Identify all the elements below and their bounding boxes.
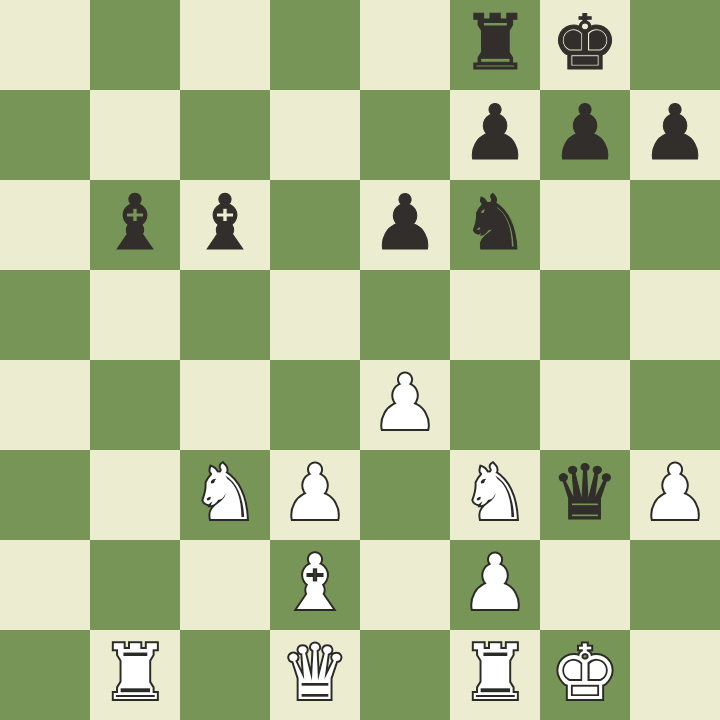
- white-king-piece-fill: ♚: [551, 628, 619, 718]
- square-c7[interactable]: [180, 90, 270, 180]
- white-pawn-piece-fill: ♟: [461, 538, 529, 628]
- chess-board: ♜♚♟♟♟♝♝♟♞♟♟♞♞♟♟♞♞♛♟♟♝♝♟♟♜♜♛♛♜♜♚♚: [0, 0, 720, 720]
- white-pawn-piece[interactable]: ♟♟: [281, 448, 349, 538]
- square-b6[interactable]: ♝: [90, 180, 180, 270]
- white-pawn-piece[interactable]: ♟♟: [371, 358, 439, 448]
- black-pawn-piece[interactable]: ♟: [641, 88, 709, 178]
- square-h5[interactable]: [630, 270, 720, 360]
- white-pawn-piece[interactable]: ♟♟: [641, 448, 709, 538]
- square-e4[interactable]: ♟♟: [360, 360, 450, 450]
- square-a7[interactable]: [0, 90, 90, 180]
- square-g5[interactable]: [540, 270, 630, 360]
- square-h3[interactable]: ♟♟: [630, 450, 720, 540]
- square-g2[interactable]: [540, 540, 630, 630]
- square-g6[interactable]: [540, 180, 630, 270]
- square-g3[interactable]: ♛: [540, 450, 630, 540]
- white-pawn-piece[interactable]: ♟♟: [461, 538, 529, 628]
- black-bishop-piece[interactable]: ♝: [101, 178, 169, 268]
- square-a5[interactable]: [0, 270, 90, 360]
- square-d6[interactable]: [270, 180, 360, 270]
- square-d5[interactable]: [270, 270, 360, 360]
- square-c1[interactable]: [180, 630, 270, 720]
- black-king-piece[interactable]: ♚: [551, 0, 619, 88]
- square-f4[interactable]: [450, 360, 540, 450]
- chess-board-container: ♜♚♟♟♟♝♝♟♞♟♟♞♞♟♟♞♞♛♟♟♝♝♟♟♜♜♛♛♜♜♚♚: [0, 0, 720, 720]
- square-h8[interactable]: [630, 0, 720, 90]
- white-rook-piece-fill: ♜: [461, 628, 529, 718]
- black-pawn-piece[interactable]: ♟: [461, 88, 529, 178]
- square-c4[interactable]: [180, 360, 270, 450]
- square-e8[interactable]: [360, 0, 450, 90]
- white-pawn-piece-fill: ♟: [371, 358, 439, 448]
- square-e3[interactable]: [360, 450, 450, 540]
- white-knight-piece-fill: ♞: [191, 448, 259, 538]
- white-queen-piece[interactable]: ♛♛: [281, 628, 349, 718]
- square-c5[interactable]: [180, 270, 270, 360]
- square-h6[interactable]: [630, 180, 720, 270]
- square-h7[interactable]: ♟: [630, 90, 720, 180]
- square-d7[interactable]: [270, 90, 360, 180]
- square-b5[interactable]: [90, 270, 180, 360]
- black-pawn-piece[interactable]: ♟: [551, 88, 619, 178]
- black-rook-piece[interactable]: ♜: [461, 0, 529, 88]
- square-a3[interactable]: [0, 450, 90, 540]
- square-g1[interactable]: ♚♚: [540, 630, 630, 720]
- square-g4[interactable]: [540, 360, 630, 450]
- square-f6[interactable]: ♞: [450, 180, 540, 270]
- square-b2[interactable]: [90, 540, 180, 630]
- square-d1[interactable]: ♛♛: [270, 630, 360, 720]
- square-e1[interactable]: [360, 630, 450, 720]
- square-e7[interactable]: [360, 90, 450, 180]
- square-c2[interactable]: [180, 540, 270, 630]
- square-e6[interactable]: ♟: [360, 180, 450, 270]
- square-e2[interactable]: [360, 540, 450, 630]
- square-f8[interactable]: ♜: [450, 0, 540, 90]
- black-knight-piece[interactable]: ♞: [461, 178, 529, 268]
- white-knight-piece[interactable]: ♞♞: [461, 448, 529, 538]
- square-h1[interactable]: [630, 630, 720, 720]
- square-g8[interactable]: ♚: [540, 0, 630, 90]
- square-c6[interactable]: ♝: [180, 180, 270, 270]
- square-b4[interactable]: [90, 360, 180, 450]
- square-g7[interactable]: ♟: [540, 90, 630, 180]
- black-bishop-piece[interactable]: ♝: [191, 178, 259, 268]
- square-f2[interactable]: ♟♟: [450, 540, 540, 630]
- square-h4[interactable]: [630, 360, 720, 450]
- white-bishop-piece-fill: ♝: [281, 538, 349, 628]
- square-b8[interactable]: [90, 0, 180, 90]
- white-queen-piece-fill: ♛: [281, 628, 349, 718]
- square-c8[interactable]: [180, 0, 270, 90]
- square-f7[interactable]: ♟: [450, 90, 540, 180]
- square-b3[interactable]: [90, 450, 180, 540]
- white-knight-piece-fill: ♞: [461, 448, 529, 538]
- black-queen-piece[interactable]: ♛: [551, 448, 619, 538]
- square-b1[interactable]: ♜♜: [90, 630, 180, 720]
- square-c3[interactable]: ♞♞: [180, 450, 270, 540]
- square-f3[interactable]: ♞♞: [450, 450, 540, 540]
- white-pawn-piece-fill: ♟: [641, 448, 709, 538]
- square-a2[interactable]: [0, 540, 90, 630]
- white-rook-piece-fill: ♜: [101, 628, 169, 718]
- square-h2[interactable]: [630, 540, 720, 630]
- square-e5[interactable]: [360, 270, 450, 360]
- square-a1[interactable]: [0, 630, 90, 720]
- white-pawn-piece-fill: ♟: [281, 448, 349, 538]
- square-d2[interactable]: ♝♝: [270, 540, 360, 630]
- square-d3[interactable]: ♟♟: [270, 450, 360, 540]
- square-f5[interactable]: [450, 270, 540, 360]
- square-b7[interactable]: [90, 90, 180, 180]
- square-d4[interactable]: [270, 360, 360, 450]
- square-d8[interactable]: [270, 0, 360, 90]
- square-a8[interactable]: [0, 0, 90, 90]
- square-f1[interactable]: ♜♜: [450, 630, 540, 720]
- white-rook-piece[interactable]: ♜♜: [101, 628, 169, 718]
- white-bishop-piece[interactable]: ♝♝: [281, 538, 349, 628]
- square-a4[interactable]: [0, 360, 90, 450]
- white-rook-piece[interactable]: ♜♜: [461, 628, 529, 718]
- square-a6[interactable]: [0, 180, 90, 270]
- black-pawn-piece[interactable]: ♟: [371, 178, 439, 268]
- white-king-piece[interactable]: ♚♚: [551, 628, 619, 718]
- white-knight-piece[interactable]: ♞♞: [191, 448, 259, 538]
